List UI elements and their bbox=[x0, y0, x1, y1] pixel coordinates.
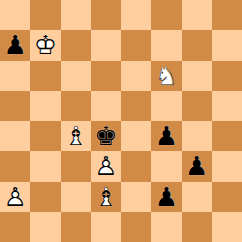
square-d7[interactable] bbox=[91, 30, 121, 60]
square-g7[interactable] bbox=[182, 30, 212, 60]
white-bishop[interactable]: ♝♗ bbox=[61, 121, 91, 151]
square-h4[interactable] bbox=[212, 121, 242, 151]
piece-outline: ♗ bbox=[61, 121, 91, 151]
square-b1[interactable] bbox=[30, 212, 60, 242]
white-pawn[interactable]: ♟♙ bbox=[91, 151, 121, 181]
square-h2[interactable] bbox=[212, 182, 242, 212]
square-a7[interactable]: ♟ bbox=[0, 30, 30, 60]
square-c2[interactable] bbox=[61, 182, 91, 212]
square-a6[interactable] bbox=[0, 61, 30, 91]
square-g2[interactable] bbox=[182, 182, 212, 212]
piece-outline: ♘ bbox=[151, 61, 181, 91]
square-a1[interactable] bbox=[0, 212, 30, 242]
square-c5[interactable] bbox=[61, 91, 91, 121]
square-a8[interactable] bbox=[0, 0, 30, 30]
square-e2[interactable] bbox=[121, 182, 151, 212]
square-d6[interactable] bbox=[91, 61, 121, 91]
square-h1[interactable] bbox=[212, 212, 242, 242]
square-c7[interactable] bbox=[61, 30, 91, 60]
square-h7[interactable] bbox=[212, 30, 242, 60]
square-b5[interactable] bbox=[30, 91, 60, 121]
square-h5[interactable] bbox=[212, 91, 242, 121]
square-g5[interactable] bbox=[182, 91, 212, 121]
piece-outline: ♔ bbox=[30, 30, 60, 60]
square-g1[interactable] bbox=[182, 212, 212, 242]
black-pawn[interactable]: ♟ bbox=[0, 30, 30, 60]
black-pawn[interactable]: ♟ bbox=[151, 121, 181, 151]
piece-outline: ♙ bbox=[91, 151, 121, 181]
square-d8[interactable] bbox=[91, 0, 121, 30]
square-b7[interactable]: ♚♔ bbox=[30, 30, 60, 60]
black-pawn[interactable]: ♟ bbox=[151, 182, 181, 212]
white-bishop[interactable]: ♝♗ bbox=[91, 182, 121, 212]
square-e3[interactable] bbox=[121, 151, 151, 181]
square-d4[interactable]: ♚ bbox=[91, 121, 121, 151]
square-b3[interactable] bbox=[30, 151, 60, 181]
black-pawn[interactable]: ♟ bbox=[182, 151, 212, 181]
square-d2[interactable]: ♝♗ bbox=[91, 182, 121, 212]
square-g8[interactable] bbox=[182, 0, 212, 30]
square-c6[interactable] bbox=[61, 61, 91, 91]
square-c3[interactable] bbox=[61, 151, 91, 181]
square-d1[interactable] bbox=[91, 212, 121, 242]
square-f3[interactable] bbox=[151, 151, 181, 181]
square-f4[interactable]: ♟ bbox=[151, 121, 181, 151]
square-f2[interactable]: ♟ bbox=[151, 182, 181, 212]
square-f6[interactable]: ♞♘ bbox=[151, 61, 181, 91]
square-h6[interactable] bbox=[212, 61, 242, 91]
square-a4[interactable] bbox=[0, 121, 30, 151]
square-d3[interactable]: ♟♙ bbox=[91, 151, 121, 181]
black-king[interactable]: ♚ bbox=[91, 121, 121, 151]
white-king[interactable]: ♚♔ bbox=[30, 30, 60, 60]
square-e1[interactable] bbox=[121, 212, 151, 242]
white-knight[interactable]: ♞♘ bbox=[151, 61, 181, 91]
square-g6[interactable] bbox=[182, 61, 212, 91]
square-e8[interactable] bbox=[121, 0, 151, 30]
square-g4[interactable] bbox=[182, 121, 212, 151]
white-pawn[interactable]: ♟♙ bbox=[0, 182, 30, 212]
square-g3[interactable]: ♟ bbox=[182, 151, 212, 181]
square-f5[interactable] bbox=[151, 91, 181, 121]
square-a3[interactable] bbox=[0, 151, 30, 181]
square-c8[interactable] bbox=[61, 0, 91, 30]
square-e7[interactable] bbox=[121, 30, 151, 60]
square-d5[interactable] bbox=[91, 91, 121, 121]
square-e4[interactable] bbox=[121, 121, 151, 151]
square-a2[interactable]: ♟♙ bbox=[0, 182, 30, 212]
square-e6[interactable] bbox=[121, 61, 151, 91]
piece-outline: ♗ bbox=[91, 182, 121, 212]
square-a5[interactable] bbox=[0, 91, 30, 121]
piece-outline: ♙ bbox=[0, 182, 30, 212]
square-f7[interactable] bbox=[151, 30, 181, 60]
square-c4[interactable]: ♝♗ bbox=[61, 121, 91, 151]
square-b4[interactable] bbox=[30, 121, 60, 151]
square-h3[interactable] bbox=[212, 151, 242, 181]
square-h8[interactable] bbox=[212, 0, 242, 30]
square-e5[interactable] bbox=[121, 91, 151, 121]
square-c1[interactable] bbox=[61, 212, 91, 242]
square-b2[interactable] bbox=[30, 182, 60, 212]
square-b8[interactable] bbox=[30, 0, 60, 30]
square-b6[interactable] bbox=[30, 61, 60, 91]
square-f1[interactable] bbox=[151, 212, 181, 242]
square-f8[interactable] bbox=[151, 0, 181, 30]
chess-board: ♟♚♔♞♘♝♗♚♟♟♙♟♟♙♝♗♟ bbox=[0, 0, 242, 242]
